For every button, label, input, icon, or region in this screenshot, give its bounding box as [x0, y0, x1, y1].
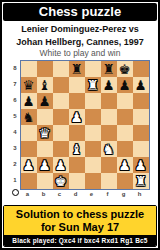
square-b6: ♟ [37, 93, 53, 109]
white-pawn-icon: ♟ [38, 157, 50, 173]
file-labels: abcdefgh [20, 190, 150, 199]
white-pawn-icon: ♟ [134, 157, 146, 173]
square-a4 [21, 125, 37, 141]
square-g4 [117, 125, 133, 141]
square-e8 [85, 61, 101, 77]
square-d2 [69, 157, 85, 173]
square-e5 [85, 109, 101, 125]
square-b8 [37, 61, 53, 77]
square-a2: ♟ [21, 157, 37, 173]
square-f7: ♟ [101, 77, 117, 93]
square-d5: ♟ [69, 109, 85, 125]
square-b3 [37, 141, 53, 157]
white-pawn-icon: ♟ [54, 157, 66, 173]
square-d6 [69, 93, 85, 109]
white-pawn-icon: ♟ [22, 157, 34, 173]
black-knight-icon: ♞ [22, 109, 34, 125]
square-g7: ♟ [117, 77, 133, 93]
file-label-f: f [100, 190, 116, 199]
file-label-a: a [20, 190, 36, 199]
square-e1 [85, 173, 101, 189]
white-knight-icon: ♞ [102, 141, 114, 157]
square-c7 [53, 77, 69, 93]
square-g6 [117, 93, 133, 109]
rank-label-2: 2 [11, 156, 20, 172]
square-d4 [69, 125, 85, 141]
square-c3 [53, 141, 69, 157]
square-f2 [101, 157, 117, 173]
square-g8: ♚ [117, 61, 133, 77]
black-bishop-icon: ♝ [38, 77, 50, 93]
players-line-2: Johan Hellberg, Cannes, 1997 [2, 37, 158, 48]
square-f3: ♞ [101, 141, 117, 157]
solution-line-1: Solution to chess puzzle [4, 208, 156, 221]
rank-label-7: 7 [11, 76, 20, 92]
square-a3 [21, 141, 37, 157]
white-rook-icon: ♜ [134, 173, 146, 189]
black-queen-icon: ♛ [22, 77, 34, 93]
black-pawn-icon: ♟ [38, 93, 50, 109]
square-c4 [53, 125, 69, 141]
square-c1: ♚ [53, 173, 69, 189]
square-g2: ♟ [117, 157, 133, 173]
rank-label-1: 1 [11, 172, 20, 188]
square-f1 [101, 173, 117, 189]
to-move-corner [11, 188, 20, 197]
rank-label-5: 5 [11, 108, 20, 124]
square-h4 [133, 125, 149, 141]
square-b1 [37, 173, 53, 189]
square-h5 [133, 109, 149, 125]
square-d3: ♝ [69, 141, 85, 157]
rank-label-4: 4 [11, 124, 20, 140]
square-e4 [85, 125, 101, 141]
square-d8: ♜ [69, 61, 85, 77]
white-pawn-icon: ♟ [70, 109, 82, 125]
rank-label-3: 3 [11, 140, 20, 156]
black-rook-icon: ♜ [102, 61, 114, 77]
square-g5 [117, 109, 133, 125]
chess-board: 87654321 ♜♜♚♛♝♜♟♟♟♟♟♞♟♛♝♞♟♟♟♟♟♚♜ abcdefg… [2, 60, 158, 199]
square-a7: ♛ [21, 77, 37, 93]
white-queen-icon: ♛ [38, 125, 50, 141]
white-pawn-icon: ♟ [118, 157, 130, 173]
board-and-files: ♜♜♚♛♝♜♟♟♟♟♟♞♟♛♝♞♟♟♟♟♟♚♜ abcdefgh [20, 60, 150, 199]
file-label-g: g [116, 190, 132, 199]
square-h3 [133, 141, 149, 157]
square-a6: ♟ [21, 93, 37, 109]
file-label-c: c [52, 190, 68, 199]
square-c8 [53, 61, 69, 77]
white-king-icon: ♚ [54, 173, 66, 189]
black-pawn-icon: ♟ [134, 77, 146, 93]
square-a1 [21, 173, 37, 189]
square-d1 [69, 173, 85, 189]
square-b2: ♟ [37, 157, 53, 173]
rank-label-8: 8 [11, 60, 20, 76]
square-c2: ♟ [53, 157, 69, 173]
square-a5: ♞ [21, 109, 37, 125]
solution-section: Solution to chess puzzle for Sun May 17 … [3, 205, 157, 247]
square-e6 [85, 93, 101, 109]
white-rook-icon: ♜ [86, 77, 98, 93]
chess-puzzle-widget: Chess puzzle Lenier Dominguez-Perez vs J… [0, 0, 160, 250]
file-label-e: e [84, 190, 100, 199]
solution-moves: Black played: Qxc4 if bxc4 Rxd1 Rg1 Bc5 [4, 235, 156, 246]
square-h6 [133, 93, 149, 109]
square-f4 [101, 125, 117, 141]
puzzle-prompt: White to play and win [2, 48, 158, 59]
solution-banner: Solution to chess puzzle for Sun May 17 [4, 206, 156, 235]
white-to-move-icon [12, 189, 19, 196]
file-label-d: d [68, 190, 84, 199]
square-g1 [117, 173, 133, 189]
square-c6 [53, 93, 69, 109]
square-e2 [85, 157, 101, 173]
rank-label-6: 6 [11, 92, 20, 108]
square-h2: ♟ [133, 157, 149, 173]
square-e7: ♜ [85, 77, 101, 93]
square-c5 [53, 109, 69, 125]
square-b4: ♛ [37, 125, 53, 141]
square-d7 [69, 77, 85, 93]
board-grid: ♜♜♚♛♝♜♟♟♟♟♟♞♟♛♝♞♟♟♟♟♟♚♜ [21, 61, 149, 189]
square-b5 [37, 109, 53, 125]
widget-title: Chess puzzle [3, 3, 157, 21]
black-pawn-icon: ♟ [118, 77, 130, 93]
black-pawn-icon: ♟ [102, 77, 114, 93]
white-bishop-icon: ♝ [70, 141, 82, 157]
square-h8 [133, 61, 149, 77]
solution-line-2: for Sun May 17 [4, 221, 156, 234]
square-h7: ♟ [133, 77, 149, 93]
square-f5 [101, 109, 117, 125]
black-pawn-icon: ♟ [22, 93, 34, 109]
square-g3 [117, 141, 133, 157]
square-f6 [101, 93, 117, 109]
board-frame: ♜♜♚♛♝♜♟♟♟♟♟♞♟♛♝♞♟♟♟♟♟♚♜ [20, 60, 150, 190]
square-b7: ♝ [37, 77, 53, 93]
players-line-1: Lenier Dominguez-Perez vs [2, 24, 158, 35]
black-king-icon: ♚ [118, 61, 130, 77]
file-label-h: h [132, 190, 148, 199]
black-rook-icon: ♜ [70, 61, 82, 77]
square-f8: ♜ [101, 61, 117, 77]
file-label-b: b [36, 190, 52, 199]
square-h1: ♜ [133, 173, 149, 189]
square-e3 [85, 141, 101, 157]
rank-labels: 87654321 [11, 60, 20, 199]
square-a8 [21, 61, 37, 77]
